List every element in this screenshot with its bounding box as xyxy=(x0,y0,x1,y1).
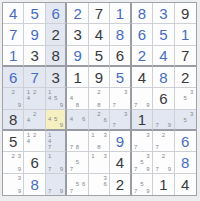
user-digit: 2 xyxy=(138,48,146,63)
note-digit: 9 xyxy=(59,102,65,108)
given-digit: 4 xyxy=(95,27,103,42)
cell-r9c2[interactable]: 8 xyxy=(24,174,45,195)
note-digit xyxy=(81,188,87,194)
pencil-notes: 239 xyxy=(4,153,22,171)
pencil-notes: 179 xyxy=(47,153,64,171)
cell-r9c9[interactable]: 4 xyxy=(175,174,196,195)
user-digit: 6 xyxy=(181,134,189,149)
user-digit: 8 xyxy=(181,155,189,170)
given-digit: 9 xyxy=(95,70,103,85)
given-digit: 2 xyxy=(181,70,189,85)
cell-r9c6[interactable]: 2 xyxy=(110,174,131,195)
cell-r2c9[interactable]: 1 xyxy=(175,24,196,45)
cell-r8c9[interactable]: 8 xyxy=(175,152,196,173)
user-digit: 7 xyxy=(9,27,17,42)
cell-r6c9[interactable]: 35 xyxy=(175,110,196,131)
note-digit xyxy=(102,123,108,128)
given-digit: 3 xyxy=(30,48,38,63)
cell-r7c7[interactable]: 37 xyxy=(132,131,153,152)
pencil-notes: 13 xyxy=(90,153,108,171)
note-digit xyxy=(38,102,44,108)
cell-r1c8[interactable]: 3 xyxy=(153,3,174,24)
pencil-notes: 37 xyxy=(133,132,151,150)
cell-r4c5[interactable]: 9 xyxy=(89,67,110,88)
cell-r2c3[interactable]: 2 xyxy=(46,24,67,45)
cell-r9c7[interactable]: 579 xyxy=(132,174,153,195)
cell-r3c8[interactable]: 4 xyxy=(153,46,174,67)
cell-r1c7[interactable]: 8 xyxy=(132,3,153,24)
cell-r4c4[interactable]: 1 xyxy=(67,67,88,88)
given-digit: 8 xyxy=(51,48,59,63)
user-digit: 5 xyxy=(159,27,167,42)
given-digit: 7 xyxy=(95,6,103,21)
given-digit: 5 xyxy=(9,134,17,149)
cell-r7c5[interactable]: 138 xyxy=(89,131,110,152)
user-digit: 8 xyxy=(138,6,146,21)
cell-r8c5[interactable]: 13 xyxy=(89,152,110,173)
cell-r1c9[interactable]: 9 xyxy=(175,3,196,24)
cell-r4c7[interactable]: 4 xyxy=(132,67,153,88)
given-digit: 2 xyxy=(116,177,124,192)
note-digit xyxy=(189,102,195,108)
cell-r7c2[interactable]: 124 xyxy=(24,131,45,152)
cell-r3c6[interactable]: 6 xyxy=(110,46,131,67)
cell-r2c8[interactable]: 5 xyxy=(153,24,174,45)
note-digit: 9 xyxy=(166,166,172,172)
user-digit: 7 xyxy=(30,70,38,85)
cell-r4c8[interactable]: 8 xyxy=(153,67,174,88)
cell-r2c4[interactable]: 3 xyxy=(67,24,88,45)
note-digit xyxy=(81,102,87,108)
note-digit: 9 xyxy=(16,102,22,108)
cell-r3c5[interactable]: 5 xyxy=(89,46,110,67)
user-digit: 9 xyxy=(116,134,124,149)
cell-r4c1[interactable]: 6 xyxy=(3,67,24,88)
cell-r5c5[interactable]: 28 xyxy=(89,88,110,109)
cell-r5c6[interactable]: 37 xyxy=(110,88,131,109)
user-digit: 6 xyxy=(138,27,146,42)
cell-r3c7[interactable]: 2 xyxy=(132,46,153,67)
given-digit: 6 xyxy=(159,91,167,106)
pencil-notes: 147 xyxy=(47,132,64,150)
cell-r3c4[interactable]: 9 xyxy=(67,46,88,67)
note-digit xyxy=(38,144,44,150)
cell-r2c6[interactable]: 8 xyxy=(110,24,131,45)
user-digit: 8 xyxy=(30,177,38,192)
cell-r8c2[interactable]: 6 xyxy=(24,152,45,173)
pencil-notes: 79 xyxy=(133,89,151,107)
pencil-notes: 39 xyxy=(4,175,22,194)
pencil-notes: 35 xyxy=(176,89,195,107)
cell-r8c8[interactable]: 279 xyxy=(153,152,174,173)
note-digit: 9 xyxy=(166,122,172,128)
pencil-notes: 28 xyxy=(90,89,108,107)
pencil-notes: 78 xyxy=(68,132,86,150)
cell-r1c3[interactable]: 6 xyxy=(46,3,67,24)
note-digit xyxy=(102,144,108,150)
given-digit: 6 xyxy=(30,155,38,170)
cell-r9c8[interactable]: 1 xyxy=(153,174,174,195)
user-digit: 3 xyxy=(159,6,167,21)
note-digit xyxy=(166,144,172,150)
note-digit xyxy=(123,102,129,108)
note-digit xyxy=(123,122,129,128)
cell-r4c2[interactable]: 7 xyxy=(24,67,45,88)
cell-r5c8[interactable]: 6 xyxy=(153,88,174,109)
given-digit: 7 xyxy=(181,48,189,63)
pencil-notes: 27 xyxy=(154,132,172,150)
pencil-notes: 459 xyxy=(47,111,64,128)
note-digit xyxy=(102,188,108,194)
pencil-notes: 37 xyxy=(111,89,128,107)
cell-r3c3[interactable]: 8 xyxy=(46,46,67,67)
pencil-notes: 1459 xyxy=(47,89,64,107)
cell-r7c3[interactable]: 147 xyxy=(46,131,67,152)
note-digit xyxy=(81,144,87,150)
given-digit: 1 xyxy=(159,177,167,192)
cell-r2c7[interactable]: 6 xyxy=(132,24,153,45)
given-digit: 4 xyxy=(181,177,189,192)
given-digit: 3 xyxy=(51,70,59,85)
pencil-notes: 29 xyxy=(4,89,22,107)
cell-r2c2[interactable]: 9 xyxy=(24,24,45,45)
user-digit: 2 xyxy=(73,6,81,21)
note-digit xyxy=(102,166,108,172)
user-digit: 1 xyxy=(181,27,189,42)
given-digit: 4 xyxy=(138,70,146,85)
pencil-notes: 3579 xyxy=(133,153,151,171)
cell-r9c5[interactable]: 36 xyxy=(89,174,110,195)
note-digit: 9 xyxy=(59,188,65,194)
pencil-notes: 24 xyxy=(25,111,43,128)
pencil-notes: 37 xyxy=(111,111,128,128)
user-digit: 1 xyxy=(9,48,17,63)
note-digit xyxy=(38,123,44,128)
given-digit: 5 xyxy=(95,48,103,63)
pencil-notes: 48 xyxy=(68,89,86,107)
cell-r6c3[interactable]: 459 xyxy=(46,110,67,131)
note-digit xyxy=(189,123,195,128)
note-digit xyxy=(145,144,151,150)
user-digit: 6 xyxy=(9,70,17,85)
note-digit xyxy=(102,102,108,108)
user-digit: 1 xyxy=(116,6,124,21)
note-digit xyxy=(81,122,87,128)
user-digit: 5 xyxy=(116,70,124,85)
cell-r5c3[interactable]: 1459 xyxy=(46,88,67,109)
user-digit: 9 xyxy=(73,48,81,63)
pencil-notes: 138 xyxy=(90,132,108,150)
cell-r8c6[interactable]: 4 xyxy=(110,152,131,173)
cell-r7c1[interactable]: 5 xyxy=(3,131,24,152)
cell-r5c2[interactable]: 124 xyxy=(24,88,45,109)
user-digit: 8 xyxy=(159,70,167,85)
cell-r1c1[interactable]: 4 xyxy=(3,3,24,24)
note-digit: 9 xyxy=(59,166,65,172)
user-digit: 6 xyxy=(51,6,59,21)
note-digit: 9 xyxy=(145,102,151,108)
cell-r9c4[interactable]: 567 xyxy=(67,174,88,195)
user-digit: 4 xyxy=(9,6,17,21)
note-digit: 9 xyxy=(145,188,151,194)
user-digit: 9 xyxy=(30,27,38,42)
cell-r6c1[interactable]: 8 xyxy=(3,110,24,131)
user-digit: 4 xyxy=(159,48,167,63)
user-digit: 8 xyxy=(116,27,124,42)
cell-r2c5[interactable]: 4 xyxy=(89,24,110,45)
pencil-notes: 124 xyxy=(25,89,43,107)
note-digit: 9 xyxy=(59,122,65,128)
pencil-notes: 35 xyxy=(176,111,195,128)
cell-r6c7[interactable]: 1 xyxy=(132,110,153,131)
cell-r1c6[interactable]: 1 xyxy=(110,3,131,24)
cell-r2c1[interactable]: 7 xyxy=(3,24,24,45)
cell-r7c6[interactable]: 9 xyxy=(110,131,131,152)
pencil-notes: 57 xyxy=(68,153,86,171)
pencil-notes: 79 xyxy=(47,175,64,194)
cell-r8c4[interactable]: 57 xyxy=(67,152,88,173)
note-digit: 9 xyxy=(16,166,22,172)
user-digit: 5 xyxy=(30,6,38,21)
cell-r1c2[interactable]: 5 xyxy=(24,3,45,24)
cell-r7c9[interactable]: 6 xyxy=(175,131,196,152)
given-digit: 8 xyxy=(9,112,17,127)
note-digit xyxy=(59,144,65,150)
pencil-notes: 279 xyxy=(154,153,172,171)
cell-r9c1[interactable]: 39 xyxy=(3,174,24,195)
cell-r5c9[interactable]: 35 xyxy=(175,88,196,109)
cell-r6c2[interactable]: 24 xyxy=(24,110,45,131)
cell-r5c4[interactable]: 48 xyxy=(67,88,88,109)
note-digit: 9 xyxy=(145,166,151,172)
given-digit: 2 xyxy=(51,27,59,42)
note-digit xyxy=(81,166,87,172)
cell-r6c6[interactable]: 37 xyxy=(110,110,131,131)
cell-r5c1[interactable]: 29 xyxy=(3,88,24,109)
cell-r9c3[interactable]: 79 xyxy=(46,174,67,195)
given-digit: 1 xyxy=(138,112,146,127)
cell-r8c3[interactable]: 179 xyxy=(46,152,67,173)
cell-r1c5[interactable]: 7 xyxy=(89,3,110,24)
cell-r5c7[interactable]: 79 xyxy=(132,88,153,109)
cell-r4c3[interactable]: 3 xyxy=(46,67,67,88)
pencil-notes: 579 xyxy=(133,175,151,194)
cell-r8c7[interactable]: 3579 xyxy=(132,152,153,173)
pencil-notes: 46 xyxy=(68,111,86,128)
note-digit: 9 xyxy=(16,188,22,194)
pencil-notes: 124 xyxy=(25,132,43,150)
cell-r3c1[interactable]: 1 xyxy=(3,46,24,67)
cell-r8c1[interactable]: 239 xyxy=(3,152,24,173)
pencil-notes: 36 xyxy=(90,175,108,194)
pencil-notes: 79 xyxy=(154,111,172,128)
pencil-notes: 567 xyxy=(68,175,86,194)
cell-r4c9[interactable]: 2 xyxy=(175,67,196,88)
cell-r1c4[interactable]: 2 xyxy=(67,3,88,24)
given-digit: 3 xyxy=(73,27,81,42)
given-digit: 1 xyxy=(73,70,81,85)
cell-r3c2[interactable]: 3 xyxy=(24,46,45,67)
given-digit: 9 xyxy=(181,6,189,21)
cell-r6c4[interactable]: 46 xyxy=(67,110,88,131)
given-digit: 6 xyxy=(116,48,124,63)
cell-r3c9[interactable]: 7 xyxy=(175,46,196,67)
sudoku-board: 4562718397923486511389562476731954822912… xyxy=(2,2,197,196)
cell-r6c5[interactable]: 26 xyxy=(89,110,110,131)
cell-r7c8[interactable]: 27 xyxy=(153,131,174,152)
pencil-notes: 26 xyxy=(90,111,108,128)
cell-r7c4[interactable]: 78 xyxy=(67,131,88,152)
cell-r4c6[interactable]: 5 xyxy=(110,67,131,88)
cell-r6c8[interactable]: 79 xyxy=(153,110,174,131)
given-digit: 4 xyxy=(116,155,124,170)
